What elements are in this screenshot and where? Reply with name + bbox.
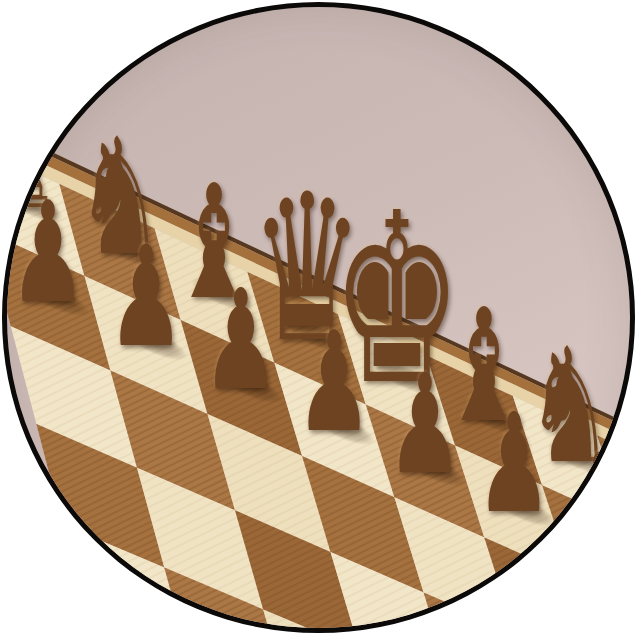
pawn-glyph: ♟ <box>9 184 86 323</box>
chessboard-photo: ♜♞♝♟♛♟♚♟♝♟♞♟♜♟♟♟ <box>0 0 637 635</box>
square-h8 <box>597 435 635 562</box>
square-h7-grain <box>627 524 635 633</box>
piece-dark-pawn-h7: ♟ <box>623 474 635 610</box>
pawn-glyph: ♟ <box>203 272 280 410</box>
pieces-layer: ♜♞♝♟♛♟♚♟♝♟♞♟♜♟♟♟ <box>2 2 635 633</box>
rook-glyph: ♜ <box>616 384 635 520</box>
pawn-glyph: ♟ <box>107 228 184 367</box>
circular-photo-frame: ♜♞♝♟♛♟♚♟♝♟♞♟♜♟♟♟ <box>2 2 635 633</box>
piece-shadow <box>616 466 635 528</box>
piece-dark-pawn-g7: ♟ <box>539 436 635 572</box>
square-a3 <box>90 628 222 633</box>
square-h7 <box>627 524 635 633</box>
square-h8-grain <box>597 435 635 562</box>
square-a3-grain <box>90 628 222 633</box>
board-world: ♜♞♝♟♛♟♚♟♝♟♞♟♜♟♟♟ <box>2 2 635 633</box>
pawn-glyph: ♟ <box>562 436 635 572</box>
pawn-glyph: ♟ <box>296 314 373 452</box>
square-f5 <box>514 632 634 633</box>
square-g6 <box>572 577 635 633</box>
square-g6-grain <box>572 577 635 633</box>
square-f5-grain <box>514 632 634 633</box>
piece-shadow <box>561 516 635 579</box>
